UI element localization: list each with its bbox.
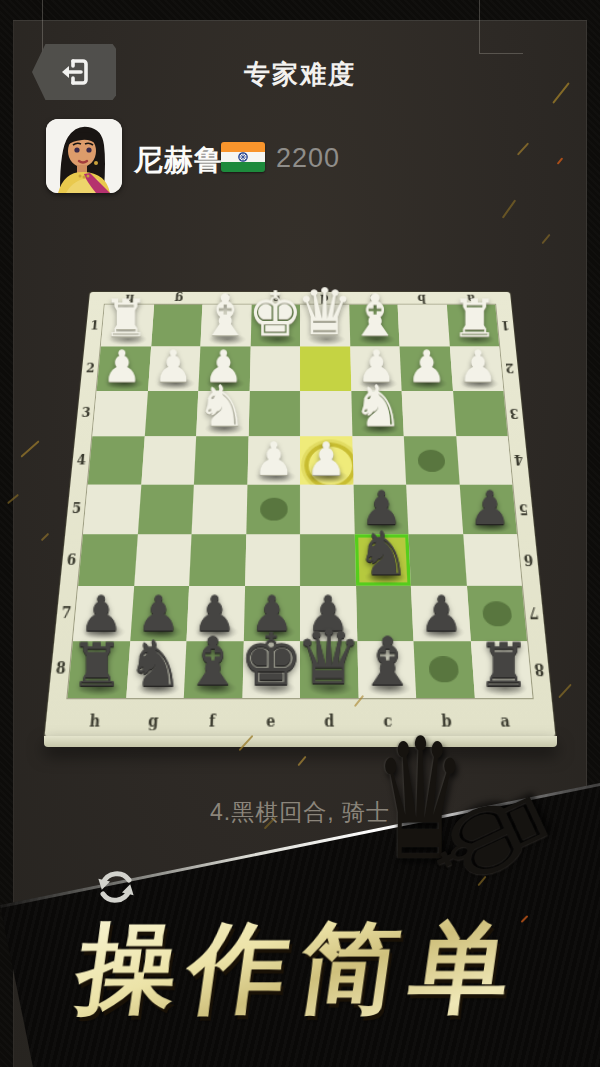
chess-board: ♜♝♚♛♝♜♟♟♟♟♟♟♞♞♟♟♟♟♞♟♟♟♟♟♟♜♞♝♚♛♝♜ — [68, 305, 533, 698]
white-rook-a1[interactable]: ♜ — [451, 294, 497, 345]
square-g2[interactable]: ♟ — [147, 347, 200, 391]
black-pawn-b7[interactable]: ♟ — [420, 589, 464, 638]
square-g5[interactable] — [137, 484, 194, 534]
file-label: b — [397, 292, 446, 305]
square-a2[interactable]: ♟ — [449, 347, 503, 391]
white-bishop-c1[interactable]: ♝ — [349, 287, 400, 344]
rank-label: 1 — [495, 305, 515, 347]
black-rook-a8[interactable]: ♜ — [476, 636, 530, 696]
square-b4[interactable] — [404, 436, 459, 484]
black-king-e8[interactable]: ♚ — [239, 624, 303, 696]
white-pawn-e4[interactable]: ♟ — [253, 436, 294, 482]
deco-frame-line — [479, 53, 523, 54]
app-screen: 专家难度 尼赫鲁 — [0, 0, 600, 1067]
square-d8[interactable]: ♛ — [300, 641, 358, 698]
square-e3[interactable] — [248, 391, 300, 437]
black-queen-d8[interactable]: ♛ — [295, 620, 363, 695]
black-bishop-c8[interactable]: ♝ — [357, 628, 417, 695]
white-pawn-h2[interactable]: ♟ — [103, 345, 142, 389]
square-b6[interactable] — [408, 534, 466, 586]
square-c3[interactable]: ♞ — [351, 391, 404, 437]
square-g8[interactable]: ♞ — [126, 641, 187, 698]
legal-move-dot[interactable] — [482, 601, 513, 626]
square-c4[interactable] — [352, 436, 406, 484]
black-pawn-a5[interactable]: ♟ — [469, 485, 511, 532]
square-c8[interactable]: ♝ — [357, 641, 416, 698]
square-e6[interactable] — [245, 534, 300, 586]
square-d1[interactable]: ♛ — [300, 305, 350, 347]
square-a6[interactable] — [463, 534, 522, 586]
rank-label: 3 — [503, 391, 524, 437]
india-flag-icon — [221, 142, 265, 172]
square-b8[interactable] — [414, 641, 475, 698]
restart-icon — [92, 863, 140, 911]
square-b5[interactable] — [406, 484, 463, 534]
white-pawn-a2[interactable]: ♟ — [458, 345, 497, 389]
black-knight-c6[interactable]: ♞ — [356, 523, 410, 584]
square-h2[interactable]: ♟ — [97, 347, 151, 391]
square-d4[interactable]: ♟ — [300, 436, 353, 484]
file-label: h — [64, 712, 124, 730]
page-title: 专家难度 — [0, 57, 600, 92]
rank-label: 8 — [527, 641, 552, 698]
square-h4[interactable] — [88, 436, 144, 484]
black-rook-h8[interactable]: ♜ — [70, 636, 124, 696]
square-d5[interactable] — [300, 484, 354, 534]
square-a4[interactable] — [456, 436, 512, 484]
white-pawn-b2[interactable]: ♟ — [407, 345, 446, 389]
white-knight-f3[interactable]: ♞ — [197, 378, 248, 435]
square-g3[interactable] — [144, 391, 198, 437]
file-label: g — [154, 292, 203, 305]
black-knight-g8[interactable]: ♞ — [126, 632, 183, 695]
file-label: d — [300, 712, 359, 730]
square-e2[interactable] — [249, 347, 300, 391]
legal-move-dot[interactable] — [260, 498, 288, 521]
rank-label: 6 — [517, 534, 540, 586]
square-a5[interactable]: ♟ — [459, 484, 517, 534]
square-e8[interactable]: ♚ — [242, 641, 300, 698]
square-d2[interactable] — [300, 347, 351, 391]
board-bottom-bevel — [44, 736, 557, 747]
rank-label: 5 — [512, 484, 535, 534]
file-label: f — [182, 712, 241, 730]
square-c6[interactable]: ♞ — [354, 534, 411, 586]
square-g4[interactable] — [141, 436, 196, 484]
white-king-e1[interactable]: ♚ — [248, 283, 303, 345]
square-e1[interactable]: ♚ — [250, 305, 300, 347]
white-pawn-g2[interactable]: ♟ — [153, 345, 192, 389]
opponent-rating: 2200 — [276, 143, 340, 174]
white-rook-h1[interactable]: ♜ — [103, 294, 149, 345]
rank-label: 2 — [499, 347, 520, 391]
opponent-name: 尼赫鲁 — [134, 141, 224, 181]
square-e5[interactable] — [246, 484, 300, 534]
deco-frame-line — [479, 0, 480, 53]
white-bishop-f1[interactable]: ♝ — [200, 287, 251, 344]
square-e4[interactable]: ♟ — [247, 436, 300, 484]
square-a8[interactable]: ♜ — [470, 641, 532, 698]
legal-move-dot[interactable] — [418, 450, 446, 472]
rank-label: 4 — [508, 436, 530, 484]
white-pawn-d4[interactable]: ♟ — [306, 436, 347, 482]
file-label: a — [475, 712, 535, 730]
square-f8[interactable]: ♝ — [184, 641, 243, 698]
square-h8[interactable]: ♜ — [68, 641, 130, 698]
white-knight-c3[interactable]: ♞ — [352, 378, 403, 435]
square-a3[interactable] — [453, 391, 508, 437]
deco-frame-line — [42, 0, 43, 53]
file-label: e — [241, 712, 300, 730]
black-bishop-f8[interactable]: ♝ — [183, 628, 243, 695]
square-h5[interactable] — [83, 484, 141, 534]
square-b3[interactable] — [402, 391, 456, 437]
square-f4[interactable] — [194, 436, 248, 484]
square-f5[interactable] — [192, 484, 247, 534]
legal-move-dot[interactable] — [429, 656, 460, 682]
chess-board-frame: ♜♝♚♛♝♜♟♟♟♟♟♟♞♞♟♟♟♟♞♟♟♟♟♟♟♜♞♝♚♛♝♜ hgfedcb… — [44, 292, 555, 737]
square-g6[interactable] — [134, 534, 192, 586]
square-h3[interactable] — [92, 391, 147, 437]
white-queen-d1[interactable]: ♛ — [296, 280, 354, 345]
chess-board-scene: ♜♝♚♛♝♜♟♟♟♟♟♟♞♞♟♟♟♟♞♟♟♟♟♟♟♜♞♝♚♛♝♜ hgfedcb… — [0, 262, 600, 762]
square-d3[interactable] — [300, 391, 352, 437]
file-label: g — [123, 712, 183, 730]
opponent-avatar — [46, 119, 122, 193]
square-b7[interactable]: ♟ — [411, 586, 470, 641]
square-b2[interactable]: ♟ — [400, 347, 453, 391]
slogan-banner: 操作简单 — [0, 913, 600, 1024]
avatar-woman-illustration — [46, 119, 122, 193]
square-d6[interactable] — [300, 534, 355, 586]
square-h6[interactable] — [78, 534, 137, 586]
square-f6[interactable] — [189, 534, 246, 586]
square-f3[interactable]: ♞ — [196, 391, 249, 437]
restart-button[interactable] — [92, 863, 140, 911]
